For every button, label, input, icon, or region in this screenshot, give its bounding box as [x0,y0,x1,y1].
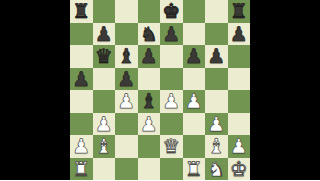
square-f4[interactable]: ♟ [183,90,206,113]
square-a4[interactable] [70,90,93,113]
square-a3[interactable] [70,113,93,136]
white-pawn[interactable]: ♟ [162,90,180,113]
square-h8[interactable]: ♜ [228,0,251,23]
square-f6[interactable]: ♟ [183,45,206,68]
square-a6[interactable] [70,45,93,68]
square-f5[interactable] [183,68,206,91]
square-c4[interactable]: ♟ [115,90,138,113]
square-f7[interactable] [183,23,206,46]
square-f2[interactable] [183,135,206,158]
square-d1[interactable] [138,158,161,181]
square-g6[interactable]: ♟ [205,45,228,68]
white-knight[interactable]: ♞ [207,158,225,181]
square-a8[interactable]: ♜ [70,0,93,23]
white-rook[interactable]: ♜ [72,158,90,181]
square-c8[interactable] [115,0,138,23]
square-d5[interactable] [138,68,161,91]
black-pawn[interactable]: ♟ [185,45,203,68]
square-b7[interactable]: ♟ [93,23,116,46]
square-a5[interactable]: ♟ [70,68,93,91]
white-bishop[interactable]: ♝ [95,135,113,158]
white-pawn[interactable]: ♟ [230,135,248,158]
white-pawn[interactable]: ♟ [72,135,90,158]
square-h7[interactable]: ♟ [228,23,251,46]
square-c5[interactable]: ♟ [115,68,138,91]
black-bishop[interactable]: ♝ [140,90,158,113]
black-pawn[interactable]: ♟ [72,68,90,91]
black-pawn[interactable]: ♟ [95,23,113,46]
square-a2[interactable]: ♟ [70,135,93,158]
square-g5[interactable] [205,68,228,91]
square-b4[interactable] [93,90,116,113]
square-c7[interactable] [115,23,138,46]
white-rook[interactable]: ♜ [185,158,203,181]
square-e4[interactable]: ♟ [160,90,183,113]
square-c1[interactable] [115,158,138,181]
square-e5[interactable] [160,68,183,91]
square-d4[interactable]: ♝ [138,90,161,113]
square-e2[interactable]: ♛ [160,135,183,158]
black-pawn[interactable]: ♟ [140,45,158,68]
white-queen[interactable]: ♛ [162,135,180,158]
square-b8[interactable] [93,0,116,23]
square-e8[interactable]: ♚ [160,0,183,23]
square-c3[interactable] [115,113,138,136]
square-d6[interactable]: ♟ [138,45,161,68]
white-pawn[interactable]: ♟ [185,90,203,113]
square-e7[interactable]: ♟ [160,23,183,46]
square-d7[interactable]: ♞ [138,23,161,46]
square-a1[interactable]: ♜ [70,158,93,181]
black-queen[interactable]: ♛ [95,45,113,68]
square-e1[interactable] [160,158,183,181]
square-d8[interactable] [138,0,161,23]
square-f1[interactable]: ♜ [183,158,206,181]
chess-board[interactable]: ♜♚♜♟♞♟♟♛♝♟♟♟♟♟♟♝♟♟♟♟♟♟♝♛♝♟♜♜♞♚ [70,0,250,180]
square-h4[interactable] [228,90,251,113]
black-bishop[interactable]: ♝ [117,45,135,68]
black-knight[interactable]: ♞ [140,23,158,46]
square-g8[interactable] [205,0,228,23]
black-rook[interactable]: ♜ [72,0,90,23]
black-rook[interactable]: ♜ [230,0,248,23]
square-a7[interactable] [70,23,93,46]
black-pawn[interactable]: ♟ [162,23,180,46]
square-f3[interactable] [183,113,206,136]
white-pawn[interactable]: ♟ [140,113,158,136]
square-f8[interactable] [183,0,206,23]
square-g7[interactable] [205,23,228,46]
black-pawn[interactable]: ♟ [230,23,248,46]
square-h3[interactable] [228,113,251,136]
square-h2[interactable]: ♟ [228,135,251,158]
black-pawn[interactable]: ♟ [207,45,225,68]
square-e3[interactable] [160,113,183,136]
square-h1[interactable]: ♚ [228,158,251,181]
square-g2[interactable]: ♝ [205,135,228,158]
white-pawn[interactable]: ♟ [117,90,135,113]
square-b6[interactable]: ♛ [93,45,116,68]
square-d2[interactable] [138,135,161,158]
letterbox-background: ♜♚♜♟♞♟♟♛♝♟♟♟♟♟♟♝♟♟♟♟♟♟♝♛♝♟♜♜♞♚ [0,0,320,180]
square-b5[interactable] [93,68,116,91]
black-king[interactable]: ♚ [162,0,180,23]
square-d3[interactable]: ♟ [138,113,161,136]
square-b2[interactable]: ♝ [93,135,116,158]
square-c2[interactable] [115,135,138,158]
square-g4[interactable] [205,90,228,113]
square-c6[interactable]: ♝ [115,45,138,68]
square-e6[interactable] [160,45,183,68]
black-pawn[interactable]: ♟ [117,68,135,91]
square-b1[interactable] [93,158,116,181]
square-g3[interactable]: ♟ [205,113,228,136]
square-b3[interactable]: ♟ [93,113,116,136]
square-g1[interactable]: ♞ [205,158,228,181]
white-king[interactable]: ♚ [230,158,248,181]
white-pawn[interactable]: ♟ [95,113,113,136]
square-h6[interactable] [228,45,251,68]
white-bishop[interactable]: ♝ [207,135,225,158]
white-pawn[interactable]: ♟ [207,113,225,136]
square-h5[interactable] [228,68,251,91]
